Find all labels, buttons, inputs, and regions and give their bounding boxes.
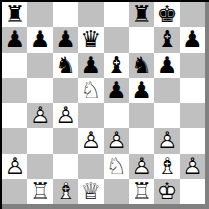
square-d6[interactable]: ♟ (78, 53, 103, 78)
piece-black-queen[interactable]: ♛ (81, 28, 102, 51)
square-e5[interactable]: ♟ (104, 78, 129, 103)
piece-white-bishop[interactable]: ♝♗ (157, 155, 178, 178)
piece-glyph: ♟ (131, 78, 152, 103)
square-d5[interactable]: ♞♘ (78, 78, 103, 103)
square-f2[interactable]: ♟♙ (129, 154, 154, 179)
square-c1[interactable]: ♝♗ (53, 179, 78, 204)
square-c8[interactable] (53, 2, 78, 27)
square-f3[interactable] (129, 128, 154, 153)
piece-white-pawn[interactable]: ♟♙ (131, 155, 152, 178)
square-c3[interactable] (53, 128, 78, 153)
piece-white-pawn[interactable]: ♟♙ (157, 129, 178, 152)
piece-glyph: ♞ (55, 53, 76, 78)
piece-black-pawn[interactable]: ♟ (55, 28, 76, 51)
piece-glyph: ♙ (131, 154, 152, 179)
square-f7[interactable] (129, 27, 154, 52)
square-b6[interactable] (27, 53, 52, 78)
square-a1[interactable] (2, 179, 27, 204)
piece-glyph: ♗ (157, 154, 178, 179)
square-e6[interactable]: ♝ (104, 53, 129, 78)
square-d7[interactable]: ♛ (78, 27, 103, 52)
square-c4[interactable]: ♟♙ (53, 103, 78, 128)
square-g6[interactable]: ♟ (154, 53, 179, 78)
square-c7[interactable]: ♟ (53, 27, 78, 52)
square-a7[interactable]: ♟ (2, 27, 27, 52)
square-a2[interactable]: ♟♙ (2, 154, 27, 179)
square-c2[interactable] (53, 154, 78, 179)
piece-white-rook[interactable]: ♜♖ (131, 180, 152, 203)
square-b1[interactable]: ♜♖ (27, 179, 52, 204)
piece-white-bishop[interactable]: ♝♗ (55, 180, 76, 203)
square-b8[interactable] (27, 2, 52, 27)
piece-white-queen[interactable]: ♛♕ (81, 180, 102, 203)
square-d1[interactable]: ♛♕ (78, 179, 103, 204)
square-a3[interactable] (2, 128, 27, 153)
piece-black-bishop[interactable]: ♝ (157, 28, 178, 51)
square-g7[interactable]: ♝ (154, 27, 179, 52)
piece-glyph: ♚ (157, 2, 178, 27)
piece-glyph: ♙ (55, 103, 76, 128)
square-d8[interactable] (78, 2, 103, 27)
square-a8[interactable]: ♜ (2, 2, 27, 27)
square-f1[interactable]: ♜♖ (129, 179, 154, 204)
square-e1[interactable] (104, 179, 129, 204)
square-g5[interactable] (154, 78, 179, 103)
piece-glyph: ♗ (55, 179, 76, 204)
piece-black-king[interactable]: ♚ (157, 3, 178, 26)
piece-glyph: ♟ (30, 27, 51, 52)
square-b3[interactable] (27, 128, 52, 153)
piece-white-pawn[interactable]: ♟♙ (30, 104, 51, 127)
piece-white-pawn[interactable]: ♟♙ (106, 129, 127, 152)
piece-glyph: ♘ (81, 78, 102, 103)
piece-black-knight[interactable]: ♞ (131, 54, 152, 77)
piece-glyph: ♙ (182, 154, 203, 179)
piece-glyph: ♘ (106, 154, 127, 179)
square-a4[interactable] (2, 103, 27, 128)
square-e2[interactable]: ♞♘ (104, 154, 129, 179)
piece-black-bishop[interactable]: ♝ (106, 54, 127, 77)
piece-glyph: ♝ (106, 53, 127, 78)
square-b4[interactable]: ♟♙ (27, 103, 52, 128)
piece-glyph: ♕ (81, 179, 102, 204)
square-f6[interactable]: ♞ (129, 53, 154, 78)
square-h5[interactable] (180, 78, 205, 103)
square-e3[interactable]: ♟♙ (104, 128, 129, 153)
piece-white-pawn[interactable]: ♟♙ (81, 129, 102, 152)
square-c6[interactable]: ♞ (53, 53, 78, 78)
square-h1[interactable] (180, 179, 205, 204)
square-g2[interactable]: ♝♗ (154, 154, 179, 179)
piece-glyph: ♝ (157, 27, 178, 52)
piece-glyph: ♞ (131, 53, 152, 78)
piece-black-pawn[interactable]: ♟ (30, 28, 51, 51)
square-f8[interactable]: ♜ (129, 2, 154, 27)
piece-white-knight[interactable]: ♞♘ (81, 79, 102, 102)
piece-black-rook[interactable]: ♜ (131, 3, 152, 26)
square-e4[interactable] (104, 103, 129, 128)
piece-glyph: ♟ (106, 78, 127, 103)
piece-black-pawn[interactable]: ♟ (157, 54, 178, 77)
piece-black-pawn[interactable]: ♟ (131, 79, 152, 102)
square-b7[interactable]: ♟ (27, 27, 52, 52)
piece-glyph: ♙ (30, 103, 51, 128)
piece-glyph: ♙ (106, 128, 127, 153)
chess-board: ♜♜♚♟♟♟♛♝♟♞♟♝♞♟♞♘♟♟♟♙♟♙♟♙♟♙♟♙♟♙♞♘♟♙♝♗♟♙♜♖… (2, 2, 205, 204)
piece-black-pawn[interactable]: ♟ (4, 28, 25, 51)
square-h8[interactable] (180, 2, 205, 27)
square-b2[interactable] (27, 154, 52, 179)
square-f5[interactable]: ♟ (129, 78, 154, 103)
piece-glyph: ♟ (81, 53, 102, 78)
square-c5[interactable] (53, 78, 78, 103)
piece-glyph: ♟ (182, 27, 203, 52)
square-e8[interactable] (104, 2, 129, 27)
piece-black-knight[interactable]: ♞ (55, 54, 76, 77)
square-f4[interactable] (129, 103, 154, 128)
square-d4[interactable] (78, 103, 103, 128)
square-a6[interactable] (2, 53, 27, 78)
piece-glyph: ♙ (81, 128, 102, 153)
square-g8[interactable]: ♚ (154, 2, 179, 27)
square-h2[interactable]: ♟♙ (180, 154, 205, 179)
square-d2[interactable] (78, 154, 103, 179)
piece-white-king[interactable]: ♚♔ (157, 180, 178, 203)
piece-glyph: ♙ (157, 128, 178, 153)
piece-glyph: ♜ (131, 2, 152, 27)
piece-glyph: ♟ (4, 27, 25, 52)
piece-white-knight[interactable]: ♞♘ (106, 155, 127, 178)
piece-glyph: ♜ (4, 2, 25, 27)
square-b5[interactable] (27, 78, 52, 103)
piece-glyph: ♔ (157, 179, 178, 204)
piece-black-pawn[interactable]: ♟ (81, 54, 102, 77)
piece-white-pawn[interactable]: ♟♙ (55, 104, 76, 127)
piece-glyph: ♛ (81, 27, 102, 52)
square-g1[interactable]: ♚♔ (154, 179, 179, 204)
piece-white-pawn[interactable]: ♟♙ (4, 155, 25, 178)
piece-glyph: ♖ (131, 179, 152, 204)
piece-glyph: ♟ (55, 27, 76, 52)
square-g3[interactable]: ♟♙ (154, 128, 179, 153)
chess-diagram-frame: ♜♜♚♟♟♟♛♝♟♞♟♝♞♟♞♘♟♟♟♙♟♙♟♙♟♙♟♙♟♙♞♘♟♙♝♗♟♙♜♖… (0, 0, 209, 209)
square-h6[interactable] (180, 53, 205, 78)
piece-black-rook[interactable]: ♜ (4, 3, 25, 26)
square-g4[interactable] (154, 103, 179, 128)
piece-white-pawn[interactable]: ♟♙ (182, 155, 203, 178)
piece-glyph: ♙ (4, 154, 25, 179)
square-d3[interactable]: ♟♙ (78, 128, 103, 153)
square-h7[interactable]: ♟ (180, 27, 205, 52)
square-e7[interactable] (104, 27, 129, 52)
piece-glyph: ♟ (157, 53, 178, 78)
piece-black-pawn[interactable]: ♟ (106, 79, 127, 102)
square-h4[interactable] (180, 103, 205, 128)
piece-glyph: ♖ (30, 179, 51, 204)
square-h3[interactable] (180, 128, 205, 153)
piece-black-pawn[interactable]: ♟ (182, 28, 203, 51)
piece-white-rook[interactable]: ♜♖ (30, 180, 51, 203)
square-a5[interactable] (2, 78, 27, 103)
